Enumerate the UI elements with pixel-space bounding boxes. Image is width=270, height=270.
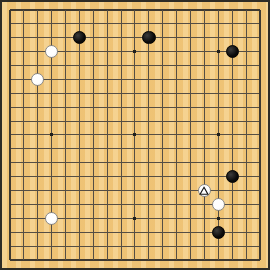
- board-intersection[interactable]: [239, 156, 253, 170]
- board-intersection[interactable]: [72, 17, 86, 31]
- board-intersection[interactable]: [59, 128, 73, 142]
- board-intersection[interactable]: [239, 59, 253, 73]
- board-intersection[interactable]: [184, 156, 198, 170]
- board-intersection[interactable]: [225, 86, 239, 100]
- board-intersection[interactable]: [170, 184, 184, 198]
- board-intersection[interactable]: [239, 211, 253, 225]
- board-intersection[interactable]: [86, 100, 100, 114]
- board-intersection[interactable]: [72, 197, 86, 211]
- board-intersection[interactable]: [3, 31, 17, 45]
- board-intersection[interactable]: [86, 253, 100, 267]
- board-intersection[interactable]: [170, 100, 184, 114]
- board-intersection[interactable]: [239, 142, 253, 156]
- board-intersection[interactable]: [114, 45, 128, 59]
- board-intersection[interactable]: [225, 225, 239, 239]
- board-intersection[interactable]: [45, 31, 59, 45]
- board-intersection[interactable]: [253, 72, 267, 86]
- board-intersection[interactable]: [59, 156, 73, 170]
- board-intersection[interactable]: [17, 59, 31, 73]
- board-intersection[interactable]: [17, 170, 31, 184]
- board-intersection[interactable]: [225, 17, 239, 31]
- board-intersection[interactable]: [17, 156, 31, 170]
- board-intersection[interactable]: [72, 184, 86, 198]
- board-intersection[interactable]: [45, 253, 59, 267]
- board-intersection[interactable]: [86, 211, 100, 225]
- board-intersection[interactable]: [225, 3, 239, 17]
- board-intersection[interactable]: [211, 31, 225, 45]
- board-intersection[interactable]: [253, 31, 267, 45]
- board-intersection[interactable]: [170, 128, 184, 142]
- board-intersection[interactable]: [100, 156, 114, 170]
- board-intersection[interactable]: [100, 211, 114, 225]
- board-intersection[interactable]: [142, 59, 156, 73]
- board-intersection[interactable]: [17, 239, 31, 253]
- board-intersection[interactable]: [239, 170, 253, 184]
- board-intersection[interactable]: [239, 17, 253, 31]
- board-intersection[interactable]: [72, 253, 86, 267]
- board-intersection[interactable]: [197, 114, 211, 128]
- board-intersection[interactable]: [128, 31, 142, 45]
- board-intersection[interactable]: [31, 86, 45, 100]
- board-intersection[interactable]: [86, 197, 100, 211]
- board-intersection[interactable]: [184, 253, 198, 267]
- board-intersection[interactable]: [86, 17, 100, 31]
- board-intersection[interactable]: [31, 156, 45, 170]
- board-intersection[interactable]: [72, 156, 86, 170]
- board-intersection[interactable]: [156, 72, 170, 86]
- board-intersection[interactable]: [142, 86, 156, 100]
- board-intersection[interactable]: [156, 253, 170, 267]
- board-intersection[interactable]: [128, 100, 142, 114]
- board-intersection[interactable]: [156, 225, 170, 239]
- board-intersection[interactable]: [170, 114, 184, 128]
- board-intersection[interactable]: [59, 114, 73, 128]
- board-intersection[interactable]: [142, 239, 156, 253]
- board-intersection[interactable]: [170, 211, 184, 225]
- board-intersection[interactable]: [239, 45, 253, 59]
- board-intersection[interactable]: [184, 3, 198, 17]
- board-intersection[interactable]: [170, 45, 184, 59]
- board-intersection[interactable]: [31, 114, 45, 128]
- board-intersection[interactable]: [253, 100, 267, 114]
- board-intersection[interactable]: [156, 17, 170, 31]
- board-intersection[interactable]: [59, 17, 73, 31]
- board-intersection[interactable]: [211, 156, 225, 170]
- board-intersection[interactable]: [114, 239, 128, 253]
- board-intersection[interactable]: [86, 114, 100, 128]
- board-intersection[interactable]: [31, 31, 45, 45]
- board-intersection[interactable]: [225, 100, 239, 114]
- board-intersection[interactable]: [170, 31, 184, 45]
- board-intersection[interactable]: [253, 184, 267, 198]
- board-intersection[interactable]: [59, 3, 73, 17]
- board-intersection[interactable]: [72, 59, 86, 73]
- board-intersection[interactable]: [197, 45, 211, 59]
- board-intersection[interactable]: [100, 184, 114, 198]
- board-intersection[interactable]: [31, 184, 45, 198]
- board-intersection[interactable]: [225, 142, 239, 156]
- board-intersection[interactable]: [31, 59, 45, 73]
- board-intersection[interactable]: [211, 239, 225, 253]
- board-intersection[interactable]: [225, 59, 239, 73]
- board-intersection[interactable]: [3, 253, 17, 267]
- board-intersection[interactable]: [142, 72, 156, 86]
- board-intersection[interactable]: [184, 142, 198, 156]
- board-intersection[interactable]: [45, 17, 59, 31]
- board-intersection[interactable]: [59, 170, 73, 184]
- board-intersection[interactable]: [100, 170, 114, 184]
- board-intersection[interactable]: [184, 45, 198, 59]
- board-intersection[interactable]: [72, 3, 86, 17]
- board-intersection[interactable]: [3, 170, 17, 184]
- board-intersection[interactable]: [142, 100, 156, 114]
- board-intersection[interactable]: [170, 197, 184, 211]
- board-intersection[interactable]: [17, 72, 31, 86]
- board-intersection[interactable]: [197, 253, 211, 267]
- board-intersection[interactable]: [128, 142, 142, 156]
- board-intersection[interactable]: [170, 253, 184, 267]
- board-intersection[interactable]: [17, 114, 31, 128]
- board-intersection[interactable]: [100, 197, 114, 211]
- board-intersection[interactable]: [142, 142, 156, 156]
- board-intersection[interactable]: [59, 211, 73, 225]
- board-intersection[interactable]: [156, 114, 170, 128]
- board-intersection[interactable]: [114, 31, 128, 45]
- board-intersection[interactable]: [156, 31, 170, 45]
- board-intersection[interactable]: [253, 114, 267, 128]
- board-intersection[interactable]: [239, 197, 253, 211]
- board-intersection[interactable]: [197, 197, 211, 211]
- board-intersection[interactable]: [239, 31, 253, 45]
- board-intersection[interactable]: [184, 17, 198, 31]
- board-intersection[interactable]: [31, 197, 45, 211]
- board-intersection[interactable]: [225, 128, 239, 142]
- board-intersection[interactable]: [239, 253, 253, 267]
- board-intersection[interactable]: [45, 239, 59, 253]
- board-intersection[interactable]: [253, 239, 267, 253]
- board-intersection[interactable]: [225, 253, 239, 267]
- board-intersection[interactable]: [86, 59, 100, 73]
- board-intersection[interactable]: [59, 184, 73, 198]
- board-intersection[interactable]: [100, 72, 114, 86]
- board-intersection[interactable]: [72, 225, 86, 239]
- board-intersection[interactable]: [114, 170, 128, 184]
- board-intersection[interactable]: [184, 114, 198, 128]
- board-intersection[interactable]: [142, 184, 156, 198]
- board-intersection[interactable]: [142, 211, 156, 225]
- board-intersection[interactable]: [45, 72, 59, 86]
- board-intersection[interactable]: [72, 239, 86, 253]
- board-intersection[interactable]: [225, 114, 239, 128]
- board-intersection[interactable]: [253, 197, 267, 211]
- board-intersection[interactable]: [156, 156, 170, 170]
- board-intersection[interactable]: [31, 211, 45, 225]
- board-intersection[interactable]: [86, 45, 100, 59]
- board-intersection[interactable]: [114, 72, 128, 86]
- board-intersection[interactable]: [17, 45, 31, 59]
- board-intersection[interactable]: [3, 184, 17, 198]
- board-intersection[interactable]: [156, 170, 170, 184]
- board-intersection[interactable]: [45, 197, 59, 211]
- board-intersection[interactable]: [100, 225, 114, 239]
- board-intersection[interactable]: [184, 225, 198, 239]
- board-intersection[interactable]: [225, 31, 239, 45]
- board-intersection[interactable]: [3, 156, 17, 170]
- board-intersection[interactable]: [31, 239, 45, 253]
- board-intersection[interactable]: [128, 86, 142, 100]
- board-intersection[interactable]: [197, 86, 211, 100]
- board-intersection[interactable]: [31, 170, 45, 184]
- board-intersection[interactable]: [45, 59, 59, 73]
- board-intersection[interactable]: [100, 239, 114, 253]
- board-intersection[interactable]: [211, 17, 225, 31]
- board-intersection[interactable]: [86, 184, 100, 198]
- board-intersection[interactable]: [114, 142, 128, 156]
- board-intersection[interactable]: [3, 239, 17, 253]
- board-intersection[interactable]: [128, 3, 142, 17]
- board-intersection[interactable]: [114, 86, 128, 100]
- board-intersection[interactable]: [100, 114, 114, 128]
- board-intersection[interactable]: [197, 142, 211, 156]
- board-intersection[interactable]: [17, 253, 31, 267]
- board-intersection[interactable]: [184, 239, 198, 253]
- board-intersection[interactable]: [72, 114, 86, 128]
- board-intersection[interactable]: [17, 225, 31, 239]
- board-intersection[interactable]: [142, 170, 156, 184]
- board-intersection[interactable]: [86, 239, 100, 253]
- board-intersection[interactable]: [17, 128, 31, 142]
- board-intersection[interactable]: [100, 86, 114, 100]
- board-intersection[interactable]: [114, 156, 128, 170]
- board-intersection[interactable]: [184, 197, 198, 211]
- board-intersection[interactable]: [197, 128, 211, 142]
- board-intersection[interactable]: [197, 156, 211, 170]
- board-intersection[interactable]: [59, 239, 73, 253]
- board-intersection[interactable]: [100, 17, 114, 31]
- board-intersection[interactable]: [142, 253, 156, 267]
- board-intersection[interactable]: [253, 128, 267, 142]
- board-intersection[interactable]: [239, 100, 253, 114]
- board-intersection[interactable]: [45, 114, 59, 128]
- board-intersection[interactable]: [211, 114, 225, 128]
- board-intersection[interactable]: [211, 142, 225, 156]
- board-intersection[interactable]: [184, 184, 198, 198]
- board-intersection[interactable]: [31, 45, 45, 59]
- board-intersection[interactable]: [239, 128, 253, 142]
- board-intersection[interactable]: [184, 31, 198, 45]
- board-intersection[interactable]: [156, 100, 170, 114]
- board-intersection[interactable]: [156, 86, 170, 100]
- board-intersection[interactable]: [239, 86, 253, 100]
- board-intersection[interactable]: [114, 128, 128, 142]
- board-intersection[interactable]: [184, 128, 198, 142]
- board-intersection[interactable]: [100, 142, 114, 156]
- board-intersection[interactable]: [170, 86, 184, 100]
- board-intersection[interactable]: [17, 86, 31, 100]
- board-intersection[interactable]: [225, 197, 239, 211]
- board-intersection[interactable]: [31, 3, 45, 17]
- board-intersection[interactable]: [3, 100, 17, 114]
- board-intersection[interactable]: [59, 59, 73, 73]
- board-intersection[interactable]: [211, 253, 225, 267]
- board-intersection[interactable]: [17, 211, 31, 225]
- board-intersection[interactable]: [142, 17, 156, 31]
- board-intersection[interactable]: [253, 3, 267, 17]
- board-intersection[interactable]: [211, 100, 225, 114]
- board-intersection[interactable]: [170, 156, 184, 170]
- board-intersection[interactable]: [253, 17, 267, 31]
- board-intersection[interactable]: [184, 59, 198, 73]
- board-intersection[interactable]: [31, 17, 45, 31]
- board-intersection[interactable]: [86, 142, 100, 156]
- board-intersection[interactable]: [253, 211, 267, 225]
- board-intersection[interactable]: [197, 31, 211, 45]
- board-intersection[interactable]: [142, 225, 156, 239]
- board-intersection[interactable]: [59, 225, 73, 239]
- board-intersection[interactable]: [59, 86, 73, 100]
- board-intersection[interactable]: [45, 100, 59, 114]
- board-intersection[interactable]: [239, 3, 253, 17]
- board-intersection[interactable]: [128, 114, 142, 128]
- board-intersection[interactable]: [45, 86, 59, 100]
- board-intersection[interactable]: [100, 45, 114, 59]
- board-intersection[interactable]: [211, 86, 225, 100]
- board-intersection[interactable]: [59, 253, 73, 267]
- board-intersection[interactable]: [114, 211, 128, 225]
- board-intersection[interactable]: [170, 170, 184, 184]
- board-intersection[interactable]: [156, 59, 170, 73]
- board-intersection[interactable]: [128, 197, 142, 211]
- board-intersection[interactable]: [184, 100, 198, 114]
- board-intersection[interactable]: [17, 100, 31, 114]
- board-intersection[interactable]: [72, 211, 86, 225]
- board-intersection[interactable]: [128, 225, 142, 239]
- board-intersection[interactable]: [59, 45, 73, 59]
- board-intersection[interactable]: [86, 128, 100, 142]
- board-intersection[interactable]: [3, 86, 17, 100]
- board-intersection[interactable]: [156, 3, 170, 17]
- board-intersection[interactable]: [72, 128, 86, 142]
- board-intersection[interactable]: [31, 128, 45, 142]
- board-intersection[interactable]: [114, 197, 128, 211]
- board-intersection[interactable]: [17, 31, 31, 45]
- board-intersection[interactable]: [3, 72, 17, 86]
- board-intersection[interactable]: [128, 59, 142, 73]
- board-intersection[interactable]: [239, 225, 253, 239]
- board-intersection[interactable]: [114, 225, 128, 239]
- board-intersection[interactable]: [100, 128, 114, 142]
- board-intersection[interactable]: [45, 156, 59, 170]
- board-intersection[interactable]: [114, 184, 128, 198]
- board-intersection[interactable]: [59, 197, 73, 211]
- board-intersection[interactable]: [45, 142, 59, 156]
- board-intersection[interactable]: [45, 184, 59, 198]
- board-intersection[interactable]: [17, 17, 31, 31]
- board-intersection[interactable]: [170, 17, 184, 31]
- board-intersection[interactable]: [128, 253, 142, 267]
- board-intersection[interactable]: [86, 31, 100, 45]
- board-intersection[interactable]: [17, 3, 31, 17]
- board-intersection[interactable]: [197, 225, 211, 239]
- board-intersection[interactable]: [31, 142, 45, 156]
- board-intersection[interactable]: [72, 45, 86, 59]
- board-intersection[interactable]: [3, 45, 17, 59]
- board-intersection[interactable]: [142, 3, 156, 17]
- board-intersection[interactable]: [86, 170, 100, 184]
- board-intersection[interactable]: [3, 225, 17, 239]
- board-intersection[interactable]: [170, 225, 184, 239]
- board-intersection[interactable]: [239, 184, 253, 198]
- board-intersection[interactable]: [128, 72, 142, 86]
- board-intersection[interactable]: [86, 3, 100, 17]
- board-intersection[interactable]: [45, 170, 59, 184]
- board-intersection[interactable]: [114, 59, 128, 73]
- board-intersection[interactable]: [142, 128, 156, 142]
- board-intersection[interactable]: [3, 211, 17, 225]
- board-intersection[interactable]: [211, 3, 225, 17]
- board-intersection[interactable]: [211, 170, 225, 184]
- board-intersection[interactable]: [239, 114, 253, 128]
- board-intersection[interactable]: [3, 197, 17, 211]
- board-intersection[interactable]: [225, 239, 239, 253]
- board-intersection[interactable]: [86, 72, 100, 86]
- board-intersection[interactable]: [156, 128, 170, 142]
- board-intersection[interactable]: [211, 184, 225, 198]
- board-intersection[interactable]: [253, 142, 267, 156]
- board-intersection[interactable]: [225, 211, 239, 225]
- board-intersection[interactable]: [170, 72, 184, 86]
- board-intersection[interactable]: [3, 59, 17, 73]
- board-intersection[interactable]: [156, 239, 170, 253]
- board-intersection[interactable]: [100, 3, 114, 17]
- board-intersection[interactable]: [253, 59, 267, 73]
- board-intersection[interactable]: [86, 225, 100, 239]
- board-intersection[interactable]: [86, 86, 100, 100]
- board-intersection[interactable]: [142, 156, 156, 170]
- board-intersection[interactable]: [225, 184, 239, 198]
- board-intersection[interactable]: [45, 3, 59, 17]
- board-intersection[interactable]: [59, 72, 73, 86]
- board-intersection[interactable]: [197, 170, 211, 184]
- board-intersection[interactable]: [128, 17, 142, 31]
- board-intersection[interactable]: [184, 72, 198, 86]
- board-intersection[interactable]: [72, 72, 86, 86]
- board-intersection[interactable]: [197, 3, 211, 17]
- board-intersection[interactable]: [225, 156, 239, 170]
- board-intersection[interactable]: [114, 17, 128, 31]
- board-intersection[interactable]: [31, 253, 45, 267]
- board-intersection[interactable]: [72, 170, 86, 184]
- board-intersection[interactable]: [114, 100, 128, 114]
- board-intersection[interactable]: [17, 184, 31, 198]
- board-intersection[interactable]: [86, 156, 100, 170]
- board-intersection[interactable]: [100, 100, 114, 114]
- board-intersection[interactable]: [114, 114, 128, 128]
- board-intersection[interactable]: [17, 197, 31, 211]
- board-intersection[interactable]: [156, 184, 170, 198]
- board-intersection[interactable]: [114, 3, 128, 17]
- board-intersection[interactable]: [170, 142, 184, 156]
- board-intersection[interactable]: [3, 142, 17, 156]
- board-intersection[interactable]: [197, 59, 211, 73]
- board-intersection[interactable]: [156, 142, 170, 156]
- board-intersection[interactable]: [100, 253, 114, 267]
- board-intersection[interactable]: [72, 86, 86, 100]
- board-intersection[interactable]: [3, 17, 17, 31]
- board-intersection[interactable]: [156, 211, 170, 225]
- board-intersection[interactable]: [45, 225, 59, 239]
- board-intersection[interactable]: [211, 59, 225, 73]
